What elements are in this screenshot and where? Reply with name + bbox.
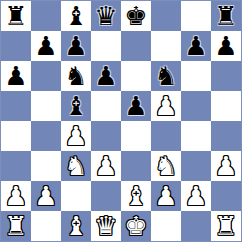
piece-white-pawn-b2[interactable]: ♟ xyxy=(34,181,57,211)
square-e5[interactable]: ♟ xyxy=(121,91,151,121)
piece-black-bishop-c8[interactable]: ♝ xyxy=(64,1,87,31)
square-f1[interactable] xyxy=(151,211,181,241)
square-f3[interactable]: ♞ xyxy=(151,151,181,181)
piece-white-king-e1[interactable]: ♚ xyxy=(124,211,147,241)
square-d8[interactable]: ♛ xyxy=(91,1,121,31)
square-a6[interactable]: ♟ xyxy=(1,61,31,91)
square-e4[interactable] xyxy=(121,121,151,151)
square-d7[interactable] xyxy=(91,31,121,61)
square-h3[interactable]: ♟ xyxy=(211,151,241,181)
square-f5[interactable]: ♟ xyxy=(151,91,181,121)
piece-black-pawn-e5[interactable]: ♟ xyxy=(124,91,147,121)
square-c8[interactable]: ♝ xyxy=(61,1,91,31)
square-g2[interactable]: ♟ xyxy=(181,181,211,211)
square-e3[interactable] xyxy=(121,151,151,181)
square-b4[interactable] xyxy=(31,121,61,151)
piece-black-knight-c6[interactable]: ♞ xyxy=(64,61,87,91)
square-h1[interactable]: ♜ xyxy=(211,211,241,241)
square-g8[interactable] xyxy=(181,1,211,31)
square-g6[interactable] xyxy=(181,61,211,91)
square-h6[interactable] xyxy=(211,61,241,91)
square-b1[interactable] xyxy=(31,211,61,241)
piece-white-bishop-e2[interactable]: ♝ xyxy=(124,181,147,211)
square-c7[interactable]: ♟ xyxy=(61,31,91,61)
piece-black-pawn-b7[interactable]: ♟ xyxy=(34,31,57,61)
piece-black-rook-a8[interactable]: ♜ xyxy=(4,1,27,31)
piece-white-pawn-f2[interactable]: ♟ xyxy=(154,181,177,211)
square-g5[interactable] xyxy=(181,91,211,121)
piece-white-pawn-a2[interactable]: ♟ xyxy=(4,181,27,211)
square-e6[interactable] xyxy=(121,61,151,91)
square-a3[interactable] xyxy=(1,151,31,181)
square-h7[interactable]: ♟ xyxy=(211,31,241,61)
square-h4[interactable] xyxy=(211,121,241,151)
square-a5[interactable] xyxy=(1,91,31,121)
square-f8[interactable] xyxy=(151,1,181,31)
square-b7[interactable]: ♟ xyxy=(31,31,61,61)
chess-board-container: ♜♝♛♚♜♟♟♟♟♟♞♟♞♝♟♟♟♞♟♞♟♟♟♝♟♟♜♝♛♚♜ xyxy=(0,0,242,242)
piece-black-rook-h8[interactable]: ♜ xyxy=(214,1,237,31)
square-d1[interactable]: ♛ xyxy=(91,211,121,241)
square-b6[interactable] xyxy=(31,61,61,91)
square-b5[interactable] xyxy=(31,91,61,121)
square-e7[interactable] xyxy=(121,31,151,61)
piece-black-knight-f6[interactable]: ♞ xyxy=(154,61,177,91)
square-g3[interactable] xyxy=(181,151,211,181)
square-f2[interactable]: ♟ xyxy=(151,181,181,211)
piece-white-queen-d1[interactable]: ♛ xyxy=(94,211,117,241)
square-h2[interactable] xyxy=(211,181,241,211)
square-h8[interactable]: ♜ xyxy=(211,1,241,31)
piece-black-queen-d8[interactable]: ♛ xyxy=(94,1,117,31)
piece-white-knight-f3[interactable]: ♞ xyxy=(154,151,177,181)
square-d5[interactable] xyxy=(91,91,121,121)
square-e1[interactable]: ♚ xyxy=(121,211,151,241)
square-d3[interactable]: ♟ xyxy=(91,151,121,181)
square-c4[interactable]: ♟ xyxy=(61,121,91,151)
square-c2[interactable] xyxy=(61,181,91,211)
square-g4[interactable] xyxy=(181,121,211,151)
piece-white-pawn-d3[interactable]: ♟ xyxy=(94,151,117,181)
piece-black-pawn-a6[interactable]: ♟ xyxy=(4,61,27,91)
piece-white-pawn-f5[interactable]: ♟ xyxy=(154,91,177,121)
square-c3[interactable]: ♞ xyxy=(61,151,91,181)
piece-black-pawn-c7[interactable]: ♟ xyxy=(64,31,87,61)
square-c1[interactable]: ♝ xyxy=(61,211,91,241)
piece-black-pawn-d6[interactable]: ♟ xyxy=(94,61,117,91)
square-b8[interactable] xyxy=(31,1,61,31)
piece-black-king-e8[interactable]: ♚ xyxy=(124,1,147,31)
square-c5[interactable]: ♝ xyxy=(61,91,91,121)
square-a1[interactable]: ♜ xyxy=(1,211,31,241)
square-e8[interactable]: ♚ xyxy=(121,1,151,31)
square-a7[interactable] xyxy=(1,31,31,61)
square-f7[interactable] xyxy=(151,31,181,61)
square-a8[interactable]: ♜ xyxy=(1,1,31,31)
square-g1[interactable] xyxy=(181,211,211,241)
square-h5[interactable] xyxy=(211,91,241,121)
square-c6[interactable]: ♞ xyxy=(61,61,91,91)
square-d2[interactable] xyxy=(91,181,121,211)
piece-white-knight-c3[interactable]: ♞ xyxy=(64,151,87,181)
piece-black-pawn-h7[interactable]: ♟ xyxy=(214,31,237,61)
square-d4[interactable] xyxy=(91,121,121,151)
piece-white-rook-h1[interactable]: ♜ xyxy=(214,211,237,241)
square-e2[interactable]: ♝ xyxy=(121,181,151,211)
square-a2[interactable]: ♟ xyxy=(1,181,31,211)
piece-black-bishop-c5[interactable]: ♝ xyxy=(64,91,87,121)
square-g7[interactable]: ♟ xyxy=(181,31,211,61)
square-a4[interactable] xyxy=(1,121,31,151)
chess-board: ♜♝♛♚♜♟♟♟♟♟♞♟♞♝♟♟♟♞♟♞♟♟♟♝♟♟♜♝♛♚♜ xyxy=(0,0,242,242)
piece-black-pawn-g7[interactable]: ♟ xyxy=(184,31,207,61)
piece-white-pawn-g2[interactable]: ♟ xyxy=(184,181,207,211)
square-f6[interactable]: ♞ xyxy=(151,61,181,91)
square-f4[interactable] xyxy=(151,121,181,151)
piece-white-pawn-c4[interactable]: ♟ xyxy=(64,121,87,151)
piece-white-pawn-h3[interactable]: ♟ xyxy=(214,151,237,181)
square-b3[interactable] xyxy=(31,151,61,181)
piece-white-rook-a1[interactable]: ♜ xyxy=(4,211,27,241)
piece-white-bishop-c1[interactable]: ♝ xyxy=(64,211,87,241)
square-d6[interactable]: ♟ xyxy=(91,61,121,91)
square-b2[interactable]: ♟ xyxy=(31,181,61,211)
